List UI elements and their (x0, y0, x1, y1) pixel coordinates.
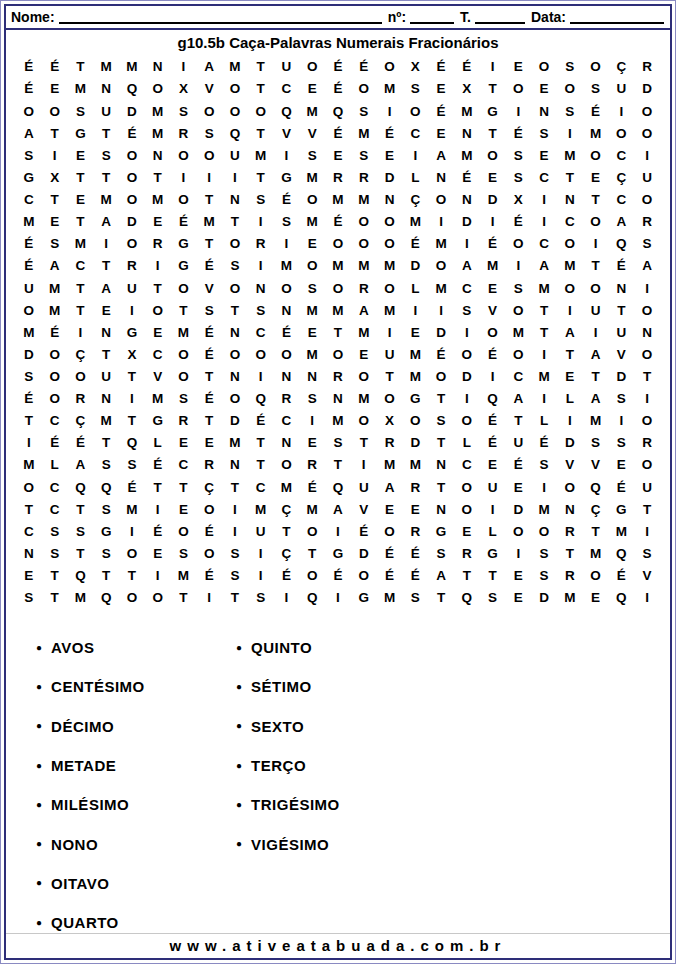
grid-cell-r14c24[interactable]: V (608, 344, 634, 366)
grid-cell-r5c3[interactable]: E (68, 144, 94, 166)
grid-cell-r9c6[interactable]: R (145, 233, 171, 255)
grid-cell-r2c17[interactable]: E (428, 78, 454, 100)
grid-cell-r17c1[interactable]: T (16, 410, 42, 432)
grid-cell-r9c11[interactable]: I (274, 233, 300, 255)
grid-cell-r8c4[interactable]: A (93, 211, 119, 233)
grid-cell-r11c2[interactable]: M (42, 277, 68, 299)
grid-cell-r9c21[interactable]: C (531, 233, 557, 255)
grid-cell-r13c10[interactable]: C (248, 321, 274, 343)
grid-cell-r24c21[interactable]: S (531, 565, 557, 587)
grid-cell-r2c6[interactable]: O (145, 78, 171, 100)
grid-cell-r11c13[interactable]: O (325, 277, 351, 299)
grid-cell-r18c15[interactable]: R (377, 432, 403, 454)
grid-cell-r10c19[interactable]: M (480, 255, 506, 277)
grid-cell-r20c11[interactable]: M (274, 476, 300, 498)
grid-cell-r4c4[interactable]: T (93, 122, 119, 144)
grid-cell-r7c10[interactable]: S (248, 189, 274, 211)
grid-cell-r3c11[interactable]: Q (274, 100, 300, 122)
grid-cell-r7c4[interactable]: M (93, 189, 119, 211)
grid-cell-r10c13[interactable]: M (325, 255, 351, 277)
grid-cell-r11c6[interactable]: T (145, 277, 171, 299)
grid-cell-r4c24[interactable]: O (608, 122, 634, 144)
date-input-line[interactable] (570, 20, 664, 24)
grid-cell-r2c3[interactable]: M (68, 78, 94, 100)
grid-cell-r19c12[interactable]: R (299, 454, 325, 476)
grid-cell-r11c18[interactable]: C (454, 277, 480, 299)
grid-cell-r12c9[interactable]: T (222, 299, 248, 321)
name-input-line[interactable] (59, 20, 382, 24)
grid-cell-r16c22[interactable]: L (557, 388, 583, 410)
grid-cell-r18c12[interactable]: E (299, 432, 325, 454)
grid-cell-r2c22[interactable]: O (557, 78, 583, 100)
grid-cell-r10c9[interactable]: S (222, 255, 248, 277)
grid-cell-r18c5[interactable]: Q (119, 432, 145, 454)
grid-cell-r19c16[interactable]: M (402, 454, 428, 476)
grid-cell-r2c13[interactable]: É (325, 78, 351, 100)
grid-cell-r25c11[interactable]: I (274, 587, 300, 609)
grid-cell-r25c13[interactable]: I (325, 587, 351, 609)
grid-cell-r9c2[interactable]: S (42, 233, 68, 255)
grid-cell-r18c3[interactable]: É (68, 432, 94, 454)
grid-cell-r21c9[interactable]: I (222, 498, 248, 520)
grid-cell-r25c21[interactable]: D (531, 587, 557, 609)
grid-cell-r9c4[interactable]: I (93, 233, 119, 255)
grid-cell-r14c14[interactable]: E (351, 344, 377, 366)
grid-cell-r25c10[interactable]: S (248, 587, 274, 609)
grid-cell-r13c19[interactable]: O (480, 321, 506, 343)
grid-cell-r23c5[interactable]: O (119, 543, 145, 565)
grid-cell-r17c5[interactable]: T (119, 410, 145, 432)
grid-cell-r12c14[interactable]: A (351, 299, 377, 321)
grid-cell-r24c5[interactable]: T (119, 565, 145, 587)
grid-cell-r21c23[interactable]: Ç (583, 498, 609, 520)
grid-cell-r18c10[interactable]: T (248, 432, 274, 454)
grid-cell-r5c17[interactable]: A (428, 144, 454, 166)
grid-cell-r4c18[interactable]: N (454, 122, 480, 144)
grid-cell-r11c17[interactable]: M (428, 277, 454, 299)
grid-cell-r10c14[interactable]: M (351, 255, 377, 277)
grid-cell-r11c7[interactable]: O (171, 277, 197, 299)
grid-cell-r13c1[interactable]: M (16, 321, 42, 343)
grid-cell-r2c12[interactable]: E (299, 78, 325, 100)
grid-cell-r8c20[interactable]: É (505, 211, 531, 233)
grid-cell-r21c17[interactable]: N (428, 498, 454, 520)
grid-cell-r18c16[interactable]: D (402, 432, 428, 454)
grid-cell-r4c25[interactable]: O (634, 122, 660, 144)
grid-cell-r9c8[interactable]: T (196, 233, 222, 255)
grid-cell-r20c16[interactable]: R (402, 476, 428, 498)
grid-cell-r2c18[interactable]: X (454, 78, 480, 100)
grid-cell-r3c19[interactable]: G (480, 100, 506, 122)
grid-cell-r5c1[interactable]: S (16, 144, 42, 166)
grid-cell-r25c9[interactable]: T (222, 587, 248, 609)
grid-cell-r18c4[interactable]: T (93, 432, 119, 454)
grid-cell-r23c15[interactable]: É (377, 543, 403, 565)
grid-cell-r21c5[interactable]: M (119, 498, 145, 520)
grid-cell-r14c3[interactable]: Ç (68, 344, 94, 366)
grid-cell-r14c19[interactable]: É (480, 344, 506, 366)
grid-cell-r7c20[interactable]: X (505, 189, 531, 211)
grid-cell-r20c24[interactable]: É (608, 476, 634, 498)
grid-cell-r22c17[interactable]: G (428, 521, 454, 543)
grid-cell-r1c2[interactable]: É (42, 56, 68, 78)
grid-cell-r6c18[interactable]: É (454, 167, 480, 189)
grid-cell-r8c19[interactable]: I (480, 211, 506, 233)
grid-cell-r21c7[interactable]: E (171, 498, 197, 520)
grid-cell-r5c8[interactable]: O (196, 144, 222, 166)
grid-cell-r17c7[interactable]: R (171, 410, 197, 432)
grid-cell-r18c9[interactable]: M (222, 432, 248, 454)
grid-cell-r21c24[interactable]: G (608, 498, 634, 520)
grid-cell-r14c15[interactable]: U (377, 344, 403, 366)
grid-cell-r24c23[interactable]: O (583, 565, 609, 587)
grid-cell-r21c25[interactable]: T (634, 498, 660, 520)
grid-cell-r15c3[interactable]: O (68, 366, 94, 388)
grid-cell-r13c23[interactable]: I (583, 321, 609, 343)
grid-cell-r9c5[interactable]: O (119, 233, 145, 255)
grid-cell-r11c16[interactable]: L (402, 277, 428, 299)
grid-cell-r25c23[interactable]: E (583, 587, 609, 609)
grid-cell-r3c21[interactable]: N (531, 100, 557, 122)
grid-cell-r4c7[interactable]: R (171, 122, 197, 144)
grid-cell-r14c4[interactable]: T (93, 344, 119, 366)
grid-cell-r24c11[interactable]: É (274, 565, 300, 587)
grid-cell-r16c19[interactable]: Q (480, 388, 506, 410)
grid-cell-r20c5[interactable]: É (119, 476, 145, 498)
grid-cell-r13c6[interactable]: E (145, 321, 171, 343)
grid-cell-r15c10[interactable]: I (248, 366, 274, 388)
grid-cell-r6c22[interactable]: T (557, 167, 583, 189)
grid-cell-r6c11[interactable]: G (274, 167, 300, 189)
grid-cell-r9c25[interactable]: S (634, 233, 660, 255)
grid-cell-r8c22[interactable]: C (557, 211, 583, 233)
grid-cell-r6c3[interactable]: T (68, 167, 94, 189)
grid-cell-r20c22[interactable]: O (557, 476, 583, 498)
grid-cell-r15c8[interactable]: T (196, 366, 222, 388)
grid-cell-r11c8[interactable]: V (196, 277, 222, 299)
grid-cell-r25c2[interactable]: T (42, 587, 68, 609)
grid-cell-r18c18[interactable]: L (454, 432, 480, 454)
grid-cell-r6c14[interactable]: R (351, 167, 377, 189)
grid-cell-r16c7[interactable]: S (171, 388, 197, 410)
grid-cell-r10c22[interactable]: M (557, 255, 583, 277)
grid-cell-r21c22[interactable]: N (557, 498, 583, 520)
number-input-line[interactable] (410, 20, 454, 24)
grid-cell-r5c7[interactable]: O (171, 144, 197, 166)
grid-cell-r6c20[interactable]: S (505, 167, 531, 189)
grid-cell-r16c18[interactable]: I (454, 388, 480, 410)
grid-cell-r13c11[interactable]: É (274, 321, 300, 343)
grid-cell-r13c17[interactable]: D (428, 321, 454, 343)
grid-cell-r19c4[interactable]: S (93, 454, 119, 476)
grid-cell-r12c10[interactable]: S (248, 299, 274, 321)
grid-cell-r13c9[interactable]: N (222, 321, 248, 343)
grid-cell-r17c4[interactable]: M (93, 410, 119, 432)
grid-cell-r7c21[interactable]: I (531, 189, 557, 211)
grid-cell-r12c3[interactable]: T (68, 299, 94, 321)
grid-cell-r11c12[interactable]: S (299, 277, 325, 299)
grid-cell-r11c5[interactable]: U (119, 277, 145, 299)
grid-cell-r3c7[interactable]: S (171, 100, 197, 122)
grid-cell-r20c10[interactable]: C (248, 476, 274, 498)
grid-cell-r23c20[interactable]: I (505, 543, 531, 565)
grid-cell-r7c9[interactable]: N (222, 189, 248, 211)
grid-cell-r7c8[interactable]: T (196, 189, 222, 211)
grid-cell-r25c7[interactable]: T (171, 587, 197, 609)
grid-cell-r19c20[interactable]: É (505, 454, 531, 476)
grid-cell-r22c25[interactable]: I (634, 521, 660, 543)
grid-cell-r24c10[interactable]: I (248, 565, 274, 587)
grid-cell-r24c24[interactable]: É (608, 565, 634, 587)
grid-cell-r8c18[interactable]: D (454, 211, 480, 233)
grid-cell-r13c22[interactable]: A (557, 321, 583, 343)
grid-cell-r5c10[interactable]: M (248, 144, 274, 166)
grid-cell-r8c24[interactable]: A (608, 211, 634, 233)
grid-cell-r3c25[interactable]: O (634, 100, 660, 122)
grid-cell-r21c21[interactable]: M (531, 498, 557, 520)
grid-cell-r20c8[interactable]: Ç (196, 476, 222, 498)
grid-cell-r21c16[interactable]: E (402, 498, 428, 520)
grid-cell-r5c25[interactable]: I (634, 144, 660, 166)
grid-cell-r23c24[interactable]: Q (608, 543, 634, 565)
grid-cell-r20c25[interactable]: U (634, 476, 660, 498)
grid-cell-r22c16[interactable]: R (402, 521, 428, 543)
grid-cell-r16c14[interactable]: M (351, 388, 377, 410)
grid-cell-r1c8[interactable]: A (196, 56, 222, 78)
grid-cell-r16c15[interactable]: O (377, 388, 403, 410)
grid-cell-r9c17[interactable]: M (428, 233, 454, 255)
grid-cell-r3c1[interactable]: O (16, 100, 42, 122)
grid-cell-r10c23[interactable]: T (583, 255, 609, 277)
grid-cell-r12c5[interactable]: I (119, 299, 145, 321)
grid-cell-r16c3[interactable]: R (68, 388, 94, 410)
grid-cell-r25c15[interactable]: M (377, 587, 403, 609)
grid-cell-r23c19[interactable]: G (480, 543, 506, 565)
grid-cell-r15c1[interactable]: S (16, 366, 42, 388)
grid-cell-r20c1[interactable]: O (16, 476, 42, 498)
grid-cell-r21c6[interactable]: I (145, 498, 171, 520)
grid-cell-r4c8[interactable]: S (196, 122, 222, 144)
grid-cell-r8c8[interactable]: M (196, 211, 222, 233)
grid-cell-r12c2[interactable]: M (42, 299, 68, 321)
grid-cell-r12c7[interactable]: T (171, 299, 197, 321)
grid-cell-r19c11[interactable]: O (274, 454, 300, 476)
grid-cell-r16c24[interactable]: S (608, 388, 634, 410)
footer-url[interactable]: www.ativeatabuada.com.br (6, 933, 670, 958)
grid-cell-r8c2[interactable]: E (42, 211, 68, 233)
grid-cell-r9c10[interactable]: R (248, 233, 274, 255)
grid-cell-r20c2[interactable]: C (42, 476, 68, 498)
grid-cell-r7c7[interactable]: O (171, 189, 197, 211)
grid-cell-r1c3[interactable]: T (68, 56, 94, 78)
grid-cell-r16c16[interactable]: G (402, 388, 428, 410)
grid-cell-r25c8[interactable]: I (196, 587, 222, 609)
grid-cell-r1c5[interactable]: M (119, 56, 145, 78)
grid-cell-r7c17[interactable]: O (428, 189, 454, 211)
grid-cell-r20c12[interactable]: É (299, 476, 325, 498)
grid-cell-r24c20[interactable]: E (505, 565, 531, 587)
grid-cell-r23c18[interactable]: R (454, 543, 480, 565)
grid-cell-r4c20[interactable]: É (505, 122, 531, 144)
grid-cell-r5c15[interactable]: E (377, 144, 403, 166)
grid-cell-r12c23[interactable]: U (583, 299, 609, 321)
grid-cell-r16c1[interactable]: É (16, 388, 42, 410)
grid-cell-r14c16[interactable]: M (402, 344, 428, 366)
grid-cell-r14c2[interactable]: O (42, 344, 68, 366)
grid-cell-r3c4[interactable]: U (93, 100, 119, 122)
grid-cell-r6c19[interactable]: E (480, 167, 506, 189)
grid-cell-r10c20[interactable]: I (505, 255, 531, 277)
grid-cell-r25c14[interactable]: G (351, 587, 377, 609)
grid-cell-r19c9[interactable]: N (222, 454, 248, 476)
grid-cell-r7c6[interactable]: M (145, 189, 171, 211)
grid-cell-r20c6[interactable]: T (145, 476, 171, 498)
grid-cell-r13c8[interactable]: É (196, 321, 222, 343)
grid-cell-r1c14[interactable]: É (351, 56, 377, 78)
grid-cell-r1c23[interactable]: O (583, 56, 609, 78)
grid-cell-r6c17[interactable]: N (428, 167, 454, 189)
grid-cell-r18c6[interactable]: L (145, 432, 171, 454)
grid-cell-r5c13[interactable]: E (325, 144, 351, 166)
grid-cell-r19c24[interactable]: E (608, 454, 634, 476)
grid-cell-r19c13[interactable]: T (325, 454, 351, 476)
grid-cell-r4c17[interactable]: E (428, 122, 454, 144)
grid-cell-r18c11[interactable]: N (274, 432, 300, 454)
grid-cell-r25c3[interactable]: M (68, 587, 94, 609)
grid-cell-r16c23[interactable]: A (583, 388, 609, 410)
grid-cell-r11c11[interactable]: O (274, 277, 300, 299)
grid-cell-r23c4[interactable]: S (93, 543, 119, 565)
grid-cell-r9c13[interactable]: O (325, 233, 351, 255)
grid-cell-r3c15[interactable]: I (377, 100, 403, 122)
grid-cell-r8c15[interactable]: O (377, 211, 403, 233)
grid-cell-r12c24[interactable]: T (608, 299, 634, 321)
grid-cell-r16c9[interactable]: O (222, 388, 248, 410)
grid-cell-r4c15[interactable]: É (377, 122, 403, 144)
grid-cell-r9c16[interactable]: É (402, 233, 428, 255)
grid-cell-r20c17[interactable]: T (428, 476, 454, 498)
grid-cell-r17c19[interactable]: É (480, 410, 506, 432)
grid-cell-r12c17[interactable]: I (428, 299, 454, 321)
grid-cell-r19c25[interactable]: O (634, 454, 660, 476)
grid-cell-r11c10[interactable]: N (248, 277, 274, 299)
grid-cell-r9c9[interactable]: O (222, 233, 248, 255)
grid-cell-r15c2[interactable]: O (42, 366, 68, 388)
grid-cell-r1c13[interactable]: É (325, 56, 351, 78)
grid-cell-r17c16[interactable]: O (402, 410, 428, 432)
grid-cell-r19c21[interactable]: S (531, 454, 557, 476)
grid-cell-r3c24[interactable]: I (608, 100, 634, 122)
grid-cell-r6c24[interactable]: Ç (608, 167, 634, 189)
grid-cell-r13c5[interactable]: G (119, 321, 145, 343)
grid-cell-r11c9[interactable]: O (222, 277, 248, 299)
grid-cell-r25c16[interactable]: S (402, 587, 428, 609)
grid-cell-r17c22[interactable]: I (557, 410, 583, 432)
grid-cell-r11c19[interactable]: E (480, 277, 506, 299)
grid-cell-r13c3[interactable]: I (68, 321, 94, 343)
grid-cell-r8c21[interactable]: I (531, 211, 557, 233)
grid-cell-r3c8[interactable]: O (196, 100, 222, 122)
grid-cell-r5c18[interactable]: M (454, 144, 480, 166)
grid-cell-r11c24[interactable]: N (608, 277, 634, 299)
grid-cell-r6c9[interactable]: I (222, 167, 248, 189)
grid-cell-r25c5[interactable]: O (119, 587, 145, 609)
grid-cell-r2c16[interactable]: S (402, 78, 428, 100)
grid-cell-r21c11[interactable]: Ç (274, 498, 300, 520)
grid-cell-r4c19[interactable]: T (480, 122, 506, 144)
grid-cell-r13c7[interactable]: M (171, 321, 197, 343)
grid-cell-r19c2[interactable]: L (42, 454, 68, 476)
grid-cell-r19c7[interactable]: C (171, 454, 197, 476)
grid-cell-r22c18[interactable]: E (454, 521, 480, 543)
grid-cell-r4c23[interactable]: M (583, 122, 609, 144)
grid-cell-r9c22[interactable]: O (557, 233, 583, 255)
grid-cell-r19c17[interactable]: N (428, 454, 454, 476)
grid-cell-r1c1[interactable]: É (16, 56, 42, 78)
grid-cell-r8c17[interactable]: I (428, 211, 454, 233)
grid-cell-r22c14[interactable]: É (351, 521, 377, 543)
grid-cell-r25c24[interactable]: Q (608, 587, 634, 609)
grid-cell-r1c21[interactable]: O (531, 56, 557, 78)
grid-cell-r5c6[interactable]: N (145, 144, 171, 166)
grid-cell-r3c17[interactable]: É (428, 100, 454, 122)
grid-cell-r5c4[interactable]: S (93, 144, 119, 166)
grid-cell-r17c15[interactable]: X (377, 410, 403, 432)
grid-cell-r15c14[interactable]: O (351, 366, 377, 388)
grid-cell-r8c23[interactable]: O (583, 211, 609, 233)
grid-cell-r18c17[interactable]: T (428, 432, 454, 454)
grid-cell-r18c1[interactable]: I (16, 432, 42, 454)
grid-cell-r5c22[interactable]: M (557, 144, 583, 166)
grid-cell-r22c24[interactable]: M (608, 521, 634, 543)
grid-cell-r7c5[interactable]: O (119, 189, 145, 211)
grid-cell-r2c11[interactable]: C (274, 78, 300, 100)
grid-cell-r17c25[interactable]: O (634, 410, 660, 432)
grid-cell-r25c12[interactable]: Q (299, 587, 325, 609)
grid-cell-r6c15[interactable]: D (377, 167, 403, 189)
grid-cell-r2c10[interactable]: T (248, 78, 274, 100)
grid-cell-r16c4[interactable]: N (93, 388, 119, 410)
grid-cell-r15c19[interactable]: I (480, 366, 506, 388)
grid-cell-r21c13[interactable]: A (325, 498, 351, 520)
grid-cell-r2c1[interactable]: É (16, 78, 42, 100)
grid-cell-r1c6[interactable]: N (145, 56, 171, 78)
grid-cell-r14c8[interactable]: É (196, 344, 222, 366)
grid-cell-r16c20[interactable]: A (505, 388, 531, 410)
grid-cell-r9c7[interactable]: G (171, 233, 197, 255)
grid-cell-r16c12[interactable]: S (299, 388, 325, 410)
grid-cell-r17c3[interactable]: Ç (68, 410, 94, 432)
grid-cell-r6c10[interactable]: T (248, 167, 274, 189)
grid-cell-r17c6[interactable]: G (145, 410, 171, 432)
grid-cell-r14c25[interactable]: O (634, 344, 660, 366)
grid-cell-r13c14[interactable]: M (351, 321, 377, 343)
grid-cell-r18c23[interactable]: S (583, 432, 609, 454)
grid-cell-r14c21[interactable]: I (531, 344, 557, 366)
grid-cell-r18c20[interactable]: U (505, 432, 531, 454)
grid-cell-r17c8[interactable]: T (196, 410, 222, 432)
grid-cell-r16c17[interactable]: T (428, 388, 454, 410)
grid-cell-r15c15[interactable]: T (377, 366, 403, 388)
grid-cell-r7c12[interactable]: O (299, 189, 325, 211)
grid-cell-r3c14[interactable]: S (351, 100, 377, 122)
grid-cell-r2c25[interactable]: D (634, 78, 660, 100)
grid-cell-r12c8[interactable]: S (196, 299, 222, 321)
grid-cell-r12c19[interactable]: V (480, 299, 506, 321)
grid-cell-r15c25[interactable]: T (634, 366, 660, 388)
grid-cell-r7c24[interactable]: C (608, 189, 634, 211)
grid-cell-r10c3[interactable]: C (68, 255, 94, 277)
